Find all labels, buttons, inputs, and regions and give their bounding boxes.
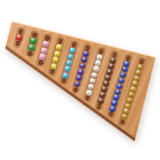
groove-recess-bottom (15, 41, 21, 47)
green-bead (27, 44, 35, 52)
groove-recess-bottom (108, 111, 114, 117)
groove-2-green (24, 30, 39, 59)
groove-recess-bottom (85, 95, 91, 101)
groove-1-red (12, 26, 26, 48)
groove-recess-bottom (73, 87, 79, 93)
groove-recess-bottom (120, 119, 126, 125)
product-photo-canvas (0, 0, 160, 160)
bead-stair-scene (0, 21, 156, 141)
groove-recess-bottom (38, 60, 44, 66)
groove-recess-bottom (61, 78, 67, 84)
groove-recess-bottom (96, 103, 102, 109)
groove-recess-bottom (26, 50, 32, 56)
bead-stair-board (0, 21, 156, 138)
groove-recess-bottom (50, 69, 56, 75)
